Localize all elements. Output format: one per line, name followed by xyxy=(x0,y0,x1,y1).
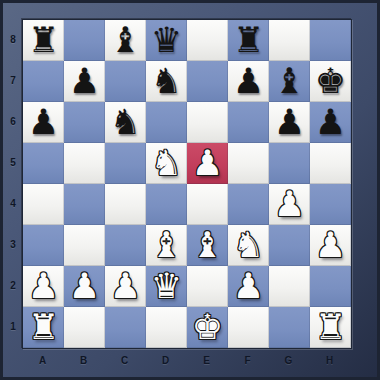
piece-white-pawn: ♟ xyxy=(28,266,59,307)
square-c2[interactable]: ♟ xyxy=(105,266,146,307)
square-e1[interactable]: ♚ xyxy=(187,307,228,348)
rank-label-4: 4 xyxy=(5,183,21,224)
piece-black-knight: ♞ xyxy=(110,102,141,143)
piece-white-knight: ♞ xyxy=(233,225,264,266)
square-f7[interactable]: ♟ xyxy=(228,61,269,102)
square-f3[interactable]: ♞ xyxy=(228,225,269,266)
piece-black-bishop: ♝ xyxy=(110,20,141,61)
square-e3[interactable]: ♝ xyxy=(187,225,228,266)
square-h6[interactable]: ♟ xyxy=(310,102,351,143)
square-d8[interactable]: ♛ xyxy=(146,20,187,61)
square-g6[interactable]: ♟ xyxy=(269,102,310,143)
square-c5[interactable] xyxy=(105,143,146,184)
chess-board: ♜♝♛♜♟♞♟♝♚♟♞♟♟♞♟♟♝♝♞♟♟♟♟♛♟♜♚♜ xyxy=(22,19,352,349)
file-label-e: E xyxy=(186,350,227,370)
piece-black-bishop: ♝ xyxy=(274,61,305,102)
square-b5[interactable] xyxy=(64,143,105,184)
square-a8[interactable]: ♜ xyxy=(23,20,64,61)
square-a1[interactable]: ♜ xyxy=(23,307,64,348)
file-label-d: D xyxy=(145,350,186,370)
piece-black-king: ♚ xyxy=(315,61,346,102)
square-d7[interactable]: ♞ xyxy=(146,61,187,102)
piece-white-pawn: ♟ xyxy=(274,184,305,225)
rank-label-1: 1 xyxy=(5,306,21,347)
chess-board-frame: 87654321 ♜♝♛♜♟♞♟♝♚♟♞♟♟♞♟♟♝♝♞♟♟♟♟♛♟♜♚♜ AB… xyxy=(0,0,380,380)
piece-white-bishop: ♝ xyxy=(192,225,223,266)
piece-white-knight: ♞ xyxy=(151,143,182,184)
square-b1[interactable] xyxy=(64,307,105,348)
square-f1[interactable] xyxy=(228,307,269,348)
file-labels: ABCDEFGH xyxy=(22,350,350,370)
square-h1[interactable]: ♜ xyxy=(310,307,351,348)
piece-black-knight: ♞ xyxy=(151,61,182,102)
rank-label-7: 7 xyxy=(5,60,21,101)
square-e7[interactable] xyxy=(187,61,228,102)
square-b4[interactable] xyxy=(64,184,105,225)
piece-white-king: ♚ xyxy=(192,307,223,348)
piece-white-queen: ♛ xyxy=(151,266,182,307)
piece-white-pawn: ♟ xyxy=(233,266,264,307)
piece-white-rook: ♜ xyxy=(315,307,346,348)
piece-white-pawn: ♟ xyxy=(110,266,141,307)
rank-label-6: 6 xyxy=(5,101,21,142)
square-d5[interactable]: ♞ xyxy=(146,143,187,184)
file-label-a: A xyxy=(22,350,63,370)
square-b3[interactable] xyxy=(64,225,105,266)
square-d3[interactable]: ♝ xyxy=(146,225,187,266)
rank-label-2: 2 xyxy=(5,265,21,306)
rank-label-3: 3 xyxy=(5,224,21,265)
square-g3[interactable] xyxy=(269,225,310,266)
square-e4[interactable] xyxy=(187,184,228,225)
square-b2[interactable]: ♟ xyxy=(64,266,105,307)
square-a5[interactable] xyxy=(23,143,64,184)
file-label-f: F xyxy=(227,350,268,370)
square-h7[interactable]: ♚ xyxy=(310,61,351,102)
square-a7[interactable] xyxy=(23,61,64,102)
square-h8[interactable] xyxy=(310,20,351,61)
square-b7[interactable]: ♟ xyxy=(64,61,105,102)
piece-black-pawn: ♟ xyxy=(69,61,100,102)
file-label-g: G xyxy=(268,350,309,370)
square-d1[interactable] xyxy=(146,307,187,348)
square-c7[interactable] xyxy=(105,61,146,102)
square-d2[interactable]: ♛ xyxy=(146,266,187,307)
file-label-c: C xyxy=(104,350,145,370)
square-e6[interactable] xyxy=(187,102,228,143)
piece-white-pawn: ♟ xyxy=(192,143,223,184)
piece-black-pawn: ♟ xyxy=(233,61,264,102)
square-b6[interactable] xyxy=(64,102,105,143)
square-a6[interactable]: ♟ xyxy=(23,102,64,143)
square-a2[interactable]: ♟ xyxy=(23,266,64,307)
square-f6[interactable] xyxy=(228,102,269,143)
piece-white-rook: ♜ xyxy=(28,307,59,348)
piece-black-pawn: ♟ xyxy=(315,102,346,143)
square-f4[interactable] xyxy=(228,184,269,225)
square-h5[interactable] xyxy=(310,143,351,184)
square-c1[interactable] xyxy=(105,307,146,348)
square-c3[interactable] xyxy=(105,225,146,266)
square-g4[interactable]: ♟ xyxy=(269,184,310,225)
square-d6[interactable] xyxy=(146,102,187,143)
square-h2[interactable] xyxy=(310,266,351,307)
piece-white-bishop: ♝ xyxy=(151,225,182,266)
square-b8[interactable] xyxy=(64,20,105,61)
file-label-h: H xyxy=(309,350,350,370)
square-c6[interactable]: ♞ xyxy=(105,102,146,143)
square-e8[interactable] xyxy=(187,20,228,61)
square-a3[interactable] xyxy=(23,225,64,266)
piece-black-pawn: ♟ xyxy=(274,102,305,143)
rank-label-8: 8 xyxy=(5,19,21,60)
piece-white-pawn: ♟ xyxy=(315,225,346,266)
piece-black-rook: ♜ xyxy=(28,20,59,61)
square-g2[interactable] xyxy=(269,266,310,307)
square-g8[interactable] xyxy=(269,20,310,61)
square-e2[interactable] xyxy=(187,266,228,307)
square-f2[interactable]: ♟ xyxy=(228,266,269,307)
square-h3[interactable]: ♟ xyxy=(310,225,351,266)
square-g1[interactable] xyxy=(269,307,310,348)
square-g7[interactable]: ♝ xyxy=(269,61,310,102)
piece-black-queen: ♛ xyxy=(151,20,182,61)
piece-black-rook: ♜ xyxy=(233,20,264,61)
file-label-b: B xyxy=(63,350,104,370)
rank-label-5: 5 xyxy=(5,142,21,183)
square-e5[interactable]: ♟ xyxy=(187,143,228,184)
square-a4[interactable] xyxy=(23,184,64,225)
square-d4[interactable] xyxy=(146,184,187,225)
square-c8[interactable]: ♝ xyxy=(105,20,146,61)
square-h4[interactable] xyxy=(310,184,351,225)
square-c4[interactable] xyxy=(105,184,146,225)
square-g5[interactable] xyxy=(269,143,310,184)
square-f5[interactable] xyxy=(228,143,269,184)
piece-black-pawn: ♟ xyxy=(28,102,59,143)
rank-labels: 87654321 xyxy=(5,19,21,347)
piece-white-pawn: ♟ xyxy=(69,266,100,307)
square-f8[interactable]: ♜ xyxy=(228,20,269,61)
